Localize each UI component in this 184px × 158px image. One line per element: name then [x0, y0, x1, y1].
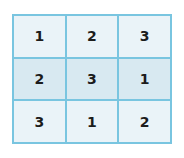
cell-r3c3: 2	[119, 101, 170, 142]
number-grid-board: 1 2 3 2 3 1 3 1 2	[12, 14, 172, 144]
page: 1 2 3 2 3 1 3 1 2	[0, 0, 184, 158]
cell-r1c3: 3	[119, 16, 170, 57]
cell-r2c1: 2	[14, 59, 65, 100]
cell-r3c2: 1	[67, 101, 118, 142]
cell-r2c3: 1	[119, 59, 170, 100]
cell-r3c1: 3	[14, 101, 65, 142]
cell-r2c2: 3	[67, 59, 118, 100]
cell-r1c1: 1	[14, 16, 65, 57]
cell-r1c2: 2	[67, 16, 118, 57]
